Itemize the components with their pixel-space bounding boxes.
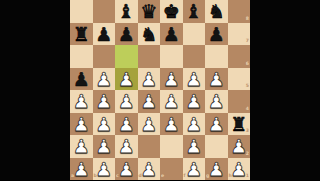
square-f3[interactable]: ♟ [183, 113, 206, 136]
square-g2[interactable] [205, 135, 228, 158]
square-e5[interactable]: ♟ [160, 68, 183, 91]
piece-white-pawn[interactable]: ♟ [93, 135, 116, 158]
square-g8[interactable]: ♞ [205, 0, 228, 23]
square-c4[interactable]: ♟ [115, 90, 138, 113]
square-f6[interactable] [183, 45, 206, 68]
square-a8[interactable] [70, 0, 93, 23]
piece-white-pawn[interactable]: ♟ [115, 68, 138, 91]
piece-white-pawn[interactable]: ♟ [205, 68, 228, 91]
square-f7[interactable] [183, 23, 206, 46]
piece-white-pawn[interactable]: ♟ [70, 113, 93, 136]
chess-board[interactable]: ♝♛♚♝♞8♜♟♟♞♟♟76♟♟♟♟♟♟♟5♟♟♟♟♟♟♟4♟♟♟♟♟♟♟♜3♟… [70, 0, 250, 180]
piece-white-pawn[interactable]: ♟ [205, 113, 228, 136]
square-e2[interactable] [160, 135, 183, 158]
piece-white-pawn[interactable]: ♟ [138, 68, 161, 91]
square-b5[interactable]: ♟ [93, 68, 116, 91]
coordinate-rank-label: 8 [246, 17, 249, 22]
piece-white-pawn[interactable]: ♟ [93, 68, 116, 91]
square-h6[interactable]: 6 [228, 45, 251, 68]
piece-white-pawn[interactable]: ♟ [183, 158, 206, 181]
piece-white-pawn[interactable]: ♟ [228, 158, 251, 181]
square-h8[interactable]: 8 [228, 0, 251, 23]
piece-white-pawn[interactable]: ♟ [70, 158, 93, 181]
square-c6[interactable] [115, 45, 138, 68]
piece-black-knight[interactable]: ♞ [205, 0, 228, 23]
square-c2[interactable]: ♟ [115, 135, 138, 158]
piece-black-pawn[interactable]: ♟ [160, 23, 183, 46]
piece-white-pawn[interactable]: ♟ [183, 68, 206, 91]
square-c1[interactable]: ♟c [115, 158, 138, 181]
square-a5[interactable]: ♟ [70, 68, 93, 91]
square-d3[interactable]: ♟ [138, 113, 161, 136]
square-f5[interactable]: ♟ [183, 68, 206, 91]
square-h2[interactable]: ♟2 [228, 135, 251, 158]
piece-white-pawn[interactable]: ♟ [138, 90, 161, 113]
square-a2[interactable]: ♟ [70, 135, 93, 158]
square-f4[interactable]: ♟ [183, 90, 206, 113]
square-b1[interactable]: ♟b [93, 158, 116, 181]
square-c3[interactable]: ♟ [115, 113, 138, 136]
square-b3[interactable]: ♟ [93, 113, 116, 136]
square-h7[interactable]: 7 [228, 23, 251, 46]
piece-white-pawn[interactable]: ♟ [160, 90, 183, 113]
square-b8[interactable] [93, 0, 116, 23]
piece-white-pawn[interactable]: ♟ [183, 135, 206, 158]
square-e8[interactable]: ♚ [160, 0, 183, 23]
square-e6[interactable] [160, 45, 183, 68]
square-h4[interactable]: 4 [228, 90, 251, 113]
piece-black-king[interactable]: ♚ [160, 0, 183, 23]
square-a4[interactable]: ♟ [70, 90, 93, 113]
square-d6[interactable] [138, 45, 161, 68]
square-h1[interactable]: ♟1h [228, 158, 251, 181]
coordinate-file-label: e [161, 174, 164, 179]
piece-white-pawn[interactable]: ♟ [93, 113, 116, 136]
square-g5[interactable]: ♟ [205, 68, 228, 91]
square-h3[interactable]: ♜3 [228, 113, 251, 136]
piece-white-pawn[interactable]: ♟ [93, 158, 116, 181]
square-a6[interactable] [70, 45, 93, 68]
piece-black-pawn[interactable]: ♟ [93, 23, 116, 46]
square-b2[interactable]: ♟ [93, 135, 116, 158]
square-a1[interactable]: ♟a [70, 158, 93, 181]
square-c8[interactable]: ♝ [115, 0, 138, 23]
square-d2[interactable] [138, 135, 161, 158]
piece-black-bishop[interactable]: ♝ [183, 0, 206, 23]
piece-white-pawn[interactable]: ♟ [138, 113, 161, 136]
coordinate-rank-label: 4 [246, 107, 249, 112]
letterbox-left [0, 0, 70, 180]
square-b6[interactable] [93, 45, 116, 68]
coordinate-rank-label: 6 [246, 62, 249, 67]
square-c7[interactable]: ♟ [115, 23, 138, 46]
piece-white-pawn[interactable]: ♟ [160, 113, 183, 136]
piece-black-rook[interactable]: ♜ [70, 23, 93, 46]
piece-black-queen[interactable]: ♛ [138, 0, 161, 23]
piece-black-bishop[interactable]: ♝ [115, 0, 138, 23]
square-h5[interactable]: 5 [228, 68, 251, 91]
square-e7[interactable]: ♟ [160, 23, 183, 46]
piece-black-rook[interactable]: ♜ [228, 113, 251, 136]
piece-white-pawn[interactable]: ♟ [115, 135, 138, 158]
square-d5[interactable]: ♟ [138, 68, 161, 91]
square-d4[interactable]: ♟ [138, 90, 161, 113]
piece-white-pawn[interactable]: ♟ [205, 158, 228, 181]
square-g1[interactable]: ♟g [205, 158, 228, 181]
square-g7[interactable]: ♟ [205, 23, 228, 46]
letterboxed-stage: ♝♛♚♝♞8♜♟♟♞♟♟76♟♟♟♟♟♟♟5♟♟♟♟♟♟♟4♟♟♟♟♟♟♟♜3♟… [0, 0, 320, 180]
square-e3[interactable]: ♟ [160, 113, 183, 136]
square-c5[interactable]: ♟ [115, 68, 138, 91]
piece-black-pawn[interactable]: ♟ [205, 23, 228, 46]
coordinate-rank-label: 7 [246, 39, 249, 44]
square-f8[interactable]: ♝ [183, 0, 206, 23]
square-a7[interactable]: ♜ [70, 23, 93, 46]
square-g3[interactable]: ♟ [205, 113, 228, 136]
square-a3[interactable]: ♟ [70, 113, 93, 136]
piece-white-pawn[interactable]: ♟ [115, 90, 138, 113]
piece-white-pawn[interactable]: ♟ [183, 113, 206, 136]
piece-white-pawn[interactable]: ♟ [70, 135, 93, 158]
square-g6[interactable] [205, 45, 228, 68]
square-d1[interactable]: ♟d [138, 158, 161, 181]
piece-white-pawn[interactable]: ♟ [205, 90, 228, 113]
letterbox-right [250, 0, 320, 180]
square-f2[interactable]: ♟ [183, 135, 206, 158]
square-e1[interactable]: e [160, 158, 183, 181]
square-b4[interactable]: ♟ [93, 90, 116, 113]
square-d7[interactable]: ♞ [138, 23, 161, 46]
square-f1[interactable]: ♟f [183, 158, 206, 181]
square-g4[interactable]: ♟ [205, 90, 228, 113]
piece-white-pawn[interactable]: ♟ [115, 158, 138, 181]
piece-white-pawn[interactable]: ♟ [70, 90, 93, 113]
piece-white-pawn[interactable]: ♟ [183, 90, 206, 113]
piece-white-pawn[interactable]: ♟ [93, 90, 116, 113]
piece-white-pawn[interactable]: ♟ [228, 135, 251, 158]
square-e4[interactable]: ♟ [160, 90, 183, 113]
square-d8[interactable]: ♛ [138, 0, 161, 23]
piece-white-pawn[interactable]: ♟ [138, 158, 161, 181]
piece-white-pawn[interactable]: ♟ [160, 68, 183, 91]
piece-white-pawn[interactable]: ♟ [115, 113, 138, 136]
piece-black-pawn[interactable]: ♟ [115, 23, 138, 46]
piece-black-pawn[interactable]: ♟ [70, 68, 93, 91]
piece-black-knight[interactable]: ♞ [138, 23, 161, 46]
coordinate-rank-label: 5 [246, 84, 249, 89]
square-b7[interactable]: ♟ [93, 23, 116, 46]
